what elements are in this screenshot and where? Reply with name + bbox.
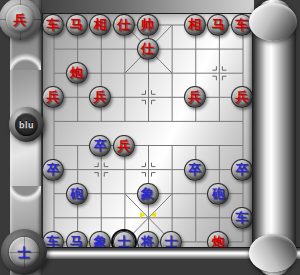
piece-glyph: 卒 bbox=[188, 159, 201, 181]
piece-blue-6-6[interactable]: 卒 bbox=[184, 159, 206, 181]
piece-blue-7-7[interactable]: 砲 bbox=[207, 183, 229, 205]
piece-glyph: 兵 bbox=[94, 86, 107, 108]
piece-blue-2-5[interactable]: 卒 bbox=[89, 135, 111, 157]
piece-glyph: 砲 bbox=[70, 183, 83, 205]
piece-glyph: 炮 bbox=[70, 62, 83, 84]
piece-glyph: 马 bbox=[212, 14, 225, 36]
piece-red-3-5[interactable]: 兵 bbox=[113, 135, 135, 157]
turn-button-label: blu bbox=[19, 120, 34, 130]
cylinder-cap-bottom bbox=[249, 234, 297, 272]
piece-glyph: 马 bbox=[70, 14, 83, 36]
rail-joint-upper bbox=[10, 44, 41, 70]
turn-button[interactable]: blu bbox=[9, 107, 44, 142]
red-pawn-glyph: 兵 bbox=[14, 13, 27, 26]
piece-red-6-3[interactable]: 兵 bbox=[184, 86, 206, 108]
piece-glyph: 卒 bbox=[47, 159, 60, 181]
piece-red-6-0[interactable]: 相 bbox=[184, 14, 206, 36]
piece-red-0-0[interactable]: 车 bbox=[42, 14, 64, 36]
blue-player-knob[interactable]: 士 bbox=[1, 229, 47, 275]
piece-red-3-0[interactable]: 仕 bbox=[113, 14, 135, 36]
blue-advisor-icon: 士 bbox=[9, 237, 39, 267]
red-pawn-icon: 兵 bbox=[6, 5, 34, 33]
piece-glyph: 兵 bbox=[47, 86, 60, 108]
board-top-frame bbox=[42, 0, 254, 14]
rail-joint-lower bbox=[10, 186, 41, 212]
piece-blue-0-6[interactable]: 卒 bbox=[42, 159, 64, 181]
piece-glyph: 砲 bbox=[212, 183, 225, 205]
piece-glyph: 车 bbox=[47, 14, 60, 36]
piece-glyph: 仕 bbox=[141, 38, 154, 60]
piece-glyph: 车 bbox=[236, 207, 249, 229]
piece-glyph: 帅 bbox=[141, 14, 154, 36]
piece-red-1-2[interactable]: 炮 bbox=[66, 62, 88, 84]
piece-blue-8-8[interactable]: 车 bbox=[231, 207, 253, 229]
piece-glyph: 相 bbox=[94, 14, 107, 36]
piece-blue-1-7[interactable]: 砲 bbox=[66, 183, 88, 205]
piece-glyph: 象 bbox=[141, 183, 154, 205]
piece-blue-8-6[interactable]: 卒 bbox=[231, 159, 253, 181]
piece-glyph: 兵 bbox=[117, 135, 130, 157]
piece-glyph: 兵 bbox=[236, 86, 249, 108]
piece-glyph: 卒 bbox=[236, 159, 249, 181]
piece-red-4-0[interactable]: 帅 bbox=[137, 14, 159, 36]
piece-glyph: 兵 bbox=[188, 86, 201, 108]
cylinder-cap-top bbox=[249, 3, 297, 41]
piece-red-4-1[interactable]: 仕 bbox=[137, 38, 159, 60]
turn-button-face: blu bbox=[15, 113, 38, 136]
piece-glyph: 卒 bbox=[94, 135, 107, 157]
piece-glyph: 仕 bbox=[117, 14, 130, 36]
blue-advisor-glyph: 士 bbox=[18, 246, 31, 259]
piece-glyph: 相 bbox=[188, 14, 201, 36]
xiangqi-app: 兵 blu 士 车马相仕帅相马车仕炮兵兵兵兵卒兵卒卒卒砲象砲车车马象士将士炮 bbox=[0, 0, 300, 275]
piece-glyph: 车 bbox=[236, 14, 249, 36]
piece-red-1-0[interactable]: 马 bbox=[66, 14, 88, 36]
piece-blue-4-7[interactable]: 象 bbox=[137, 183, 159, 205]
